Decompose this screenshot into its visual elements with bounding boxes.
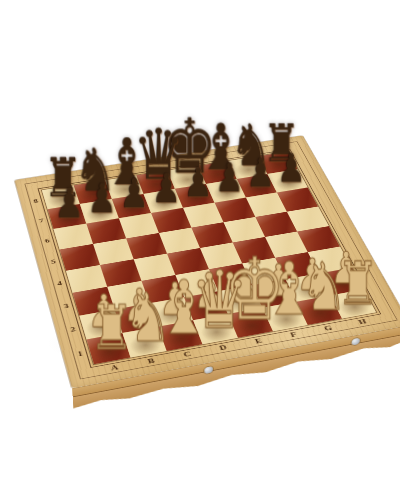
scene: ♜♞♝♛♚♝♞♜♟♟♟♟♟♟♟♟♟♟♟♟♟♟♟♟♜♞♝♛♚♝♞♜ ABCDEFG… bbox=[0, 0, 400, 498]
chess-board: ♜♞♝♛♚♝♞♜♟♟♟♟♟♟♟♟♟♟♟♟♟♟♟♟♜♞♝♛♚♝♞♜ ABCDEFG… bbox=[15, 136, 400, 389]
square-e3 bbox=[209, 263, 252, 291]
piece-shadow bbox=[171, 170, 204, 188]
square-d3 bbox=[175, 269, 218, 297]
piece-shadow bbox=[178, 188, 212, 207]
product-photo: ♜♞♝♛♚♝♞♜♟♟♟♟♟♟♟♟♟♟♟♟♟♟♟♟♜♞♝♛♚♝♞♜ ABCDEFG… bbox=[0, 0, 400, 498]
